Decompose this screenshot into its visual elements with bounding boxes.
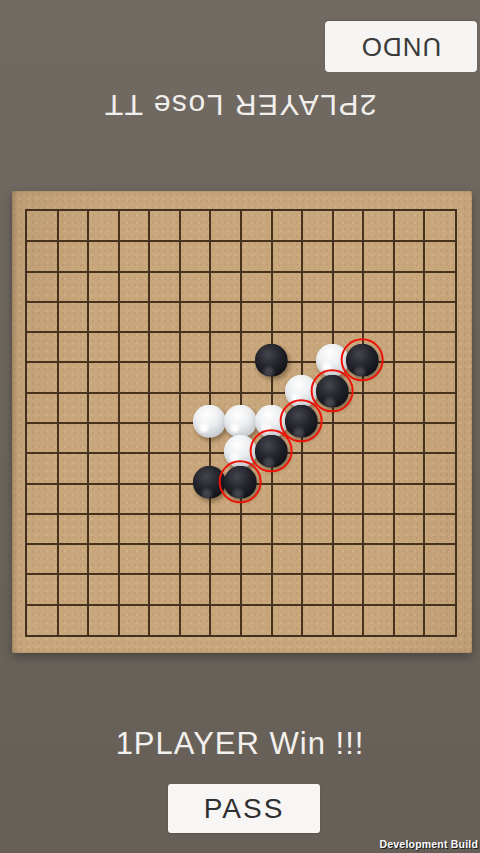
grid-line — [332, 211, 334, 635]
status-label-player1: 1PLAYER Win !!! — [0, 726, 480, 762]
grid-line — [423, 211, 425, 635]
winning-stone-ring — [219, 460, 262, 503]
undo-button[interactable]: UNDO — [325, 21, 477, 72]
grid-line — [27, 604, 455, 606]
black-stone — [254, 344, 287, 377]
status-label-player2: 2PLAYER Lose TT — [0, 88, 480, 122]
pass-button[interactable]: PASS — [168, 784, 320, 833]
white-stone — [193, 405, 226, 438]
grid-line — [393, 211, 395, 635]
grid-line — [27, 513, 455, 515]
game-board[interactable] — [12, 191, 472, 653]
undo-button-label: UNDO — [361, 32, 442, 62]
grid-line — [27, 543, 455, 545]
white-stone — [224, 405, 257, 438]
development-build-watermark: Development Build — [380, 838, 479, 850]
pass-button-label: PASS — [204, 793, 285, 824]
grid-line — [27, 573, 455, 575]
board-grid — [25, 209, 457, 637]
grid-line — [362, 211, 364, 635]
game-screen: UNDO 2PLAYER Lose TT 1PLAYER Win !!! PAS… — [0, 0, 480, 853]
